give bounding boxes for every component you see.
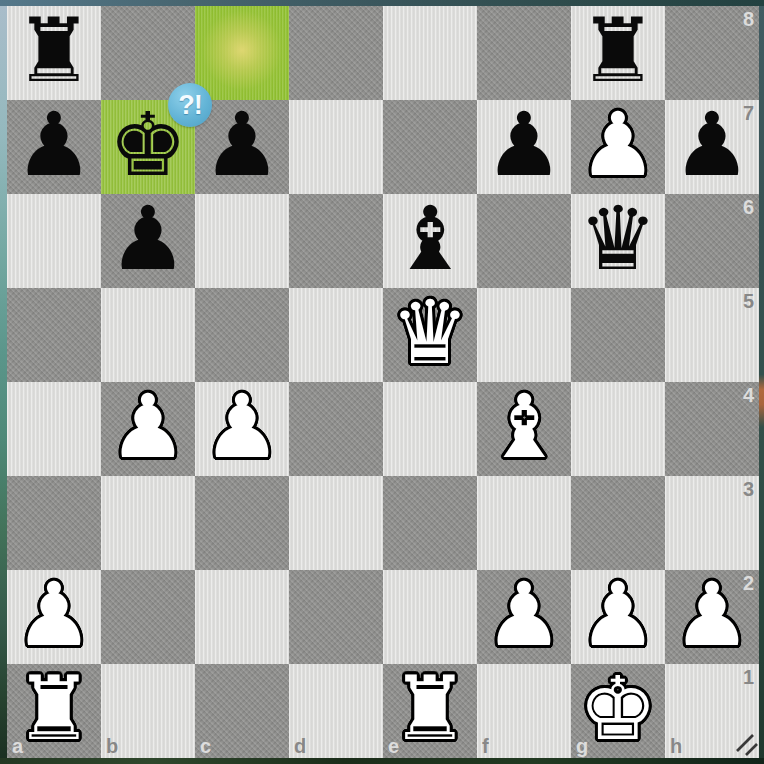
square-c2[interactable] [195,570,289,664]
square-e7[interactable] [383,100,477,194]
black-rook[interactable]: ♜ [15,4,94,98]
page-background: ♜♜8♟♚♟♟♟♟7♟♝♛6♛5♟♟♝43♟♟♟♟2♜abcd♜ef♚g1h ?… [0,0,764,764]
background-right-strip [759,6,764,758]
square-g6[interactable]: ♛ [571,194,665,288]
square-d8[interactable] [289,6,383,100]
square-g4[interactable] [571,382,665,476]
coordinate-rank-2: 2 [743,573,754,593]
coordinate-rank-6: 6 [743,197,754,217]
square-c3[interactable] [195,476,289,570]
coordinate-file-f: f [482,736,489,756]
square-h8[interactable]: 8 [665,6,759,100]
white-pawn[interactable]: ♟ [579,568,658,662]
square-h2[interactable]: ♟2 [665,570,759,664]
white-queen[interactable]: ♛ [391,286,470,380]
square-a2[interactable]: ♟ [7,570,101,664]
square-a5[interactable] [7,288,101,382]
square-d3[interactable] [289,476,383,570]
square-e4[interactable] [383,382,477,476]
square-h6[interactable]: 6 [665,194,759,288]
square-g2[interactable]: ♟ [571,570,665,664]
coordinate-rank-1: 1 [743,667,754,687]
square-b5[interactable] [101,288,195,382]
white-pawn[interactable]: ♟ [203,380,282,474]
black-pawn[interactable]: ♟ [109,192,188,286]
square-f5[interactable] [477,288,571,382]
background-left-strip [0,6,7,758]
square-h7[interactable]: ♟7 [665,100,759,194]
square-e8[interactable] [383,6,477,100]
coordinate-file-g: g [576,736,588,756]
square-a8[interactable]: ♜ [7,6,101,100]
square-c1[interactable]: c [195,664,289,758]
black-pawn[interactable]: ♟ [485,98,564,192]
square-g1[interactable]: ♚g [571,664,665,758]
square-b4[interactable]: ♟ [101,382,195,476]
square-h5[interactable]: 5 [665,288,759,382]
coordinate-file-e: e [388,736,399,756]
black-pawn[interactable]: ♟ [203,98,282,192]
coordinate-file-a: a [12,736,23,756]
white-rook[interactable]: ♜ [15,662,94,756]
square-d5[interactable] [289,288,383,382]
square-e6[interactable]: ♝ [383,194,477,288]
square-g8[interactable]: ♜ [571,6,665,100]
coordinate-rank-8: 8 [743,9,754,29]
white-bishop[interactable]: ♝ [485,380,564,474]
square-f7[interactable]: ♟ [477,100,571,194]
annotation-text: ?! [178,90,201,121]
chess-board[interactable]: ♜♜8♟♚♟♟♟♟7♟♝♛6♛5♟♟♝43♟♟♟♟2♜abcd♜ef♚g1h [7,6,759,758]
square-a4[interactable] [7,382,101,476]
move-annotation-badge-dubious: ?! [168,83,212,127]
square-f6[interactable] [477,194,571,288]
black-queen[interactable]: ♛ [579,192,658,286]
square-d4[interactable] [289,382,383,476]
square-h4[interactable]: 4 [665,382,759,476]
coordinate-rank-7: 7 [743,103,754,123]
white-pawn[interactable]: ♟ [579,98,658,192]
coordinate-file-h: h [670,736,682,756]
square-f4[interactable]: ♝ [477,382,571,476]
coordinate-rank-5: 5 [743,291,754,311]
black-pawn[interactable]: ♟ [15,98,94,192]
black-rook[interactable]: ♜ [579,4,658,98]
white-rook[interactable]: ♜ [391,662,470,756]
coordinate-rank-3: 3 [743,479,754,499]
square-a3[interactable] [7,476,101,570]
square-c8[interactable] [195,6,289,100]
white-pawn[interactable]: ♟ [109,380,188,474]
square-d2[interactable] [289,570,383,664]
square-d1[interactable]: d [289,664,383,758]
square-c4[interactable]: ♟ [195,382,289,476]
square-e3[interactable] [383,476,477,570]
square-e5[interactable]: ♛ [383,288,477,382]
square-a7[interactable]: ♟ [7,100,101,194]
black-pawn[interactable]: ♟ [673,98,752,192]
square-h3[interactable]: 3 [665,476,759,570]
white-pawn[interactable]: ♟ [673,568,752,662]
square-b1[interactable]: b [101,664,195,758]
white-king[interactable]: ♚ [579,662,658,756]
coordinate-file-d: d [294,736,306,756]
coordinate-file-b: b [106,736,118,756]
square-f3[interactable] [477,476,571,570]
square-b6[interactable]: ♟ [101,194,195,288]
coordinate-rank-4: 4 [743,385,754,405]
square-d7[interactable] [289,100,383,194]
square-g7[interactable]: ♟ [571,100,665,194]
black-bishop[interactable]: ♝ [391,192,470,286]
square-g3[interactable] [571,476,665,570]
square-c5[interactable] [195,288,289,382]
square-b2[interactable] [101,570,195,664]
square-g5[interactable] [571,288,665,382]
white-pawn[interactable]: ♟ [15,568,94,662]
square-c6[interactable] [195,194,289,288]
square-e1[interactable]: ♜e [383,664,477,758]
square-d6[interactable] [289,194,383,288]
square-f1[interactable]: f [477,664,571,758]
square-f2[interactable]: ♟ [477,570,571,664]
square-e2[interactable] [383,570,477,664]
board-resize-handle[interactable] [734,732,758,756]
square-b3[interactable] [101,476,195,570]
square-a1[interactable]: ♜a [7,664,101,758]
square-f8[interactable] [477,6,571,100]
white-pawn[interactable]: ♟ [485,568,564,662]
coordinate-file-c: c [200,736,211,756]
square-a6[interactable] [7,194,101,288]
